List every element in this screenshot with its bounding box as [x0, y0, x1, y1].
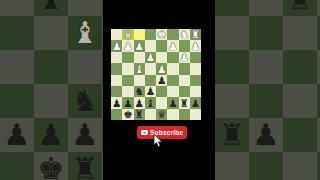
youtube-icon: [141, 130, 148, 135]
bg-black-rook: ♜: [215, 118, 249, 152]
bg-black-pawn: ♟: [34, 118, 68, 152]
white-pawn: ♟: [123, 41, 132, 52]
square-e5: [145, 75, 156, 86]
bg-black-knight: ♞: [68, 84, 102, 118]
square-f1: [134, 29, 145, 40]
square-g6: [122, 86, 133, 97]
square-b5: [179, 75, 190, 86]
square-h8: [111, 109, 122, 120]
square-c1: [167, 29, 178, 40]
bg-black-pawn: ♟: [249, 118, 283, 152]
square-c7: ♟: [167, 97, 178, 108]
bg-black-rook: ♜: [68, 152, 102, 180]
square-f2: ♟: [134, 40, 145, 51]
black-rook: ♜: [179, 98, 188, 109]
white-pawn: ♟: [157, 64, 166, 75]
black-pawn: ♟: [168, 98, 177, 109]
video-frame: ♝♝♞♟♟♟♚♜ ♜♜♟ ♛♚♞♜♟♟♟♟♟♟♟♝♟♟♞♟♟♟♟♝♟♜♟♚♜♛ …: [0, 0, 320, 180]
square-a3: [190, 52, 201, 63]
chess-board: ♛♚♞♜♟♟♟♟♟♟♟♝♟♟♞♟♟♟♟♝♟♜♟♚♜♛: [111, 29, 201, 120]
black-knight: ♞: [134, 86, 143, 97]
square-d2: [156, 40, 167, 51]
black-pawn: ♟: [134, 98, 143, 109]
white-king: ♚: [157, 29, 166, 40]
square-h4: [111, 63, 122, 74]
square-g7: ♟: [122, 97, 133, 108]
black-bishop: ♝: [146, 98, 155, 109]
square-h7: ♟: [111, 97, 122, 108]
bg-black-pawn: ♟: [0, 118, 34, 152]
square-b1: ♞: [179, 29, 190, 40]
square-g5: [122, 75, 133, 86]
square-d8: ♛: [156, 109, 167, 120]
square-b8: [179, 109, 190, 120]
square-a5: [190, 75, 201, 86]
square-b6: [179, 86, 190, 97]
bg-black-bishop: ♝: [34, 0, 68, 16]
square-h6: [111, 86, 122, 97]
square-a7: ♟: [190, 97, 201, 108]
square-b3: ♟: [179, 52, 190, 63]
background-board-left: ♝♝♞♟♟♟♚♜: [0, 0, 103, 180]
square-c2: ♟: [167, 40, 178, 51]
square-d6: [156, 86, 167, 97]
square-e8: [145, 109, 156, 120]
square-a8: [190, 109, 201, 120]
square-f6: ♞: [134, 86, 145, 97]
square-a2: ♟: [190, 40, 201, 51]
square-c8: [167, 109, 178, 120]
black-pawn: ♟: [157, 75, 166, 86]
square-e1: [145, 29, 156, 40]
square-c5: [167, 75, 178, 86]
square-f8: ♜: [134, 109, 145, 120]
square-h2: ♟: [111, 40, 122, 51]
square-e2: [145, 40, 156, 51]
bg-black-pawn: ♟: [68, 118, 102, 152]
black-pawn: ♟: [146, 86, 155, 97]
square-h5: [111, 75, 122, 86]
white-rook: ♜: [191, 29, 200, 40]
black-king: ♚: [123, 109, 132, 120]
square-g2: ♟: [122, 40, 133, 51]
square-b2: [179, 40, 190, 51]
square-d3: [156, 52, 167, 63]
square-b4: [179, 63, 190, 74]
square-c6: [167, 86, 178, 97]
white-knight: ♞: [179, 29, 188, 40]
bg-black-rook: ♜: [283, 0, 317, 16]
bg-black-king: ♚: [34, 152, 68, 180]
square-f7: ♟: [134, 97, 145, 108]
square-g3: [122, 52, 133, 63]
black-queen: ♛: [157, 109, 166, 120]
background-board-right: ♜♜♟: [215, 0, 320, 180]
square-c4: [167, 63, 178, 74]
square-e4: [145, 63, 156, 74]
square-e7: ♝: [145, 97, 156, 108]
square-e6: ♟: [145, 86, 156, 97]
square-a1: ♜: [190, 29, 201, 40]
bg-white-bishop: ♝: [68, 16, 102, 50]
white-pawn: ♟: [112, 41, 121, 52]
square-c3: [167, 52, 178, 63]
white-bishop: ♝: [134, 64, 143, 75]
square-a4: [190, 63, 201, 74]
white-queen: ♛: [123, 29, 132, 40]
white-pawn: ♟: [168, 41, 177, 52]
square-f3: [134, 52, 145, 63]
black-pawn: ♟: [191, 98, 200, 109]
square-d4: ♟: [156, 63, 167, 74]
square-a6: [190, 86, 201, 97]
white-pawn: ♟: [134, 41, 143, 52]
square-d7: [156, 97, 167, 108]
square-h1: [111, 29, 122, 40]
square-g8: ♚: [122, 109, 133, 120]
black-rook: ♜: [134, 109, 143, 120]
white-pawn: ♟: [179, 52, 188, 63]
white-pawn: ♟: [191, 41, 200, 52]
white-pawn: ♟: [146, 52, 155, 63]
square-f4: ♝: [134, 63, 145, 74]
cursor-icon: [152, 133, 164, 149]
square-g1: ♛: [122, 29, 133, 40]
square-f5: [134, 75, 145, 86]
square-d5: ♟: [156, 75, 167, 86]
square-h3: [111, 52, 122, 63]
black-pawn: ♟: [112, 98, 121, 109]
square-g4: [122, 63, 133, 74]
black-pawn: ♟: [123, 98, 132, 109]
square-e3: ♟: [145, 52, 156, 63]
square-d1: ♚: [156, 29, 167, 40]
square-b7: ♜: [179, 97, 190, 108]
